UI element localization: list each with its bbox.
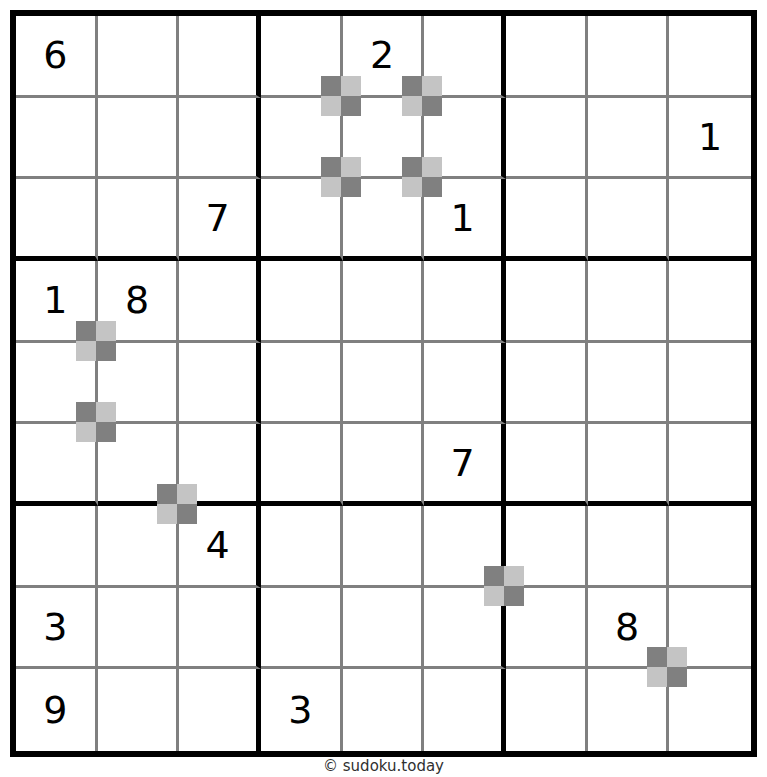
marker-quadrant-dark — [422, 177, 442, 197]
cell-r8c1[interactable]: 3 — [16, 588, 98, 670]
cell-r7c8[interactable] — [588, 506, 670, 588]
battenburg-marker — [647, 647, 687, 687]
marker-quadrant-dark — [76, 402, 96, 422]
marker-quadrant-light — [647, 667, 667, 687]
marker-quadrant-light — [96, 321, 116, 341]
cell-r2c8[interactable] — [588, 98, 670, 180]
cell-r8c4[interactable] — [261, 588, 343, 670]
given-digit: 9 — [43, 691, 67, 729]
marker-quadrant-dark — [96, 422, 116, 442]
cell-r2c7[interactable] — [506, 98, 588, 180]
marker-quadrant-light — [321, 177, 341, 197]
cell-r2c3[interactable] — [179, 98, 261, 180]
cell-r6c4[interactable] — [261, 424, 343, 506]
battenburg-marker — [76, 402, 116, 442]
battenburg-marker — [321, 76, 361, 116]
given-digit: 3 — [43, 608, 67, 646]
marker-quadrant-dark — [177, 504, 197, 524]
marker-quadrant-light — [341, 76, 361, 96]
cell-r3c7[interactable] — [506, 179, 588, 261]
marker-quadrant-light — [422, 76, 442, 96]
marker-quadrant-dark — [402, 157, 422, 177]
marker-quadrant-dark — [96, 341, 116, 361]
marker-quadrant-dark — [76, 321, 96, 341]
cell-r7c9[interactable] — [669, 506, 751, 588]
marker-quadrant-light — [504, 566, 524, 586]
cell-r5c7[interactable] — [506, 343, 588, 425]
cell-r4c7[interactable] — [506, 261, 588, 343]
marker-quadrant-dark — [341, 96, 361, 116]
marker-quadrant-light — [76, 341, 96, 361]
cell-r8c5[interactable] — [343, 588, 425, 670]
cell-r9c6[interactable] — [424, 669, 506, 751]
given-digit: 8 — [615, 608, 639, 646]
cell-r5c6[interactable] — [424, 343, 506, 425]
marker-quadrant-light — [177, 484, 197, 504]
cell-r5c8[interactable] — [588, 343, 670, 425]
battenburg-marker — [484, 566, 524, 606]
marker-quadrant-dark — [157, 484, 177, 504]
cell-r3c9[interactable] — [669, 179, 751, 261]
marker-quadrant-dark — [402, 76, 422, 96]
cell-r8c2[interactable] — [98, 588, 180, 670]
cell-r2c1[interactable] — [16, 98, 98, 180]
given-digit: 7 — [451, 444, 475, 482]
cell-r1c7[interactable] — [506, 16, 588, 98]
sudoku-grid: 6217118743893 — [16, 16, 751, 751]
copyright-text: © sudoku.today — [10, 756, 757, 776]
cell-r6c7[interactable] — [506, 424, 588, 506]
cell-r4c4[interactable] — [261, 261, 343, 343]
battenburg-marker — [157, 484, 197, 524]
marker-quadrant-dark — [341, 177, 361, 197]
given-digit: 6 — [43, 36, 67, 74]
cell-r5c9[interactable] — [669, 343, 751, 425]
cell-r7c5[interactable] — [343, 506, 425, 588]
cell-r6c5[interactable] — [343, 424, 425, 506]
cell-r9c2[interactable] — [98, 669, 180, 751]
cell-r9c4[interactable]: 3 — [261, 669, 343, 751]
cell-r4c3[interactable] — [179, 261, 261, 343]
marker-quadrant-dark — [422, 96, 442, 116]
given-digit: 3 — [288, 691, 312, 729]
marker-quadrant-dark — [504, 586, 524, 606]
marker-quadrant-dark — [321, 76, 341, 96]
given-digit: 1 — [451, 199, 475, 237]
cell-r4c9[interactable] — [669, 261, 751, 343]
marker-quadrant-light — [402, 177, 422, 197]
battenburg-marker — [321, 157, 361, 197]
marker-quadrant-light — [484, 586, 504, 606]
cell-r3c1[interactable] — [16, 179, 98, 261]
cell-r6c6[interactable]: 7 — [424, 424, 506, 506]
cell-r9c5[interactable] — [343, 669, 425, 751]
cell-r2c2[interactable] — [98, 98, 180, 180]
cell-r9c1[interactable]: 9 — [16, 669, 98, 751]
marker-quadrant-dark — [647, 647, 667, 667]
given-digit: 2 — [370, 36, 394, 74]
sudoku-board: 6217118743893 — [10, 10, 757, 757]
cell-r3c8[interactable] — [588, 179, 670, 261]
cell-r1c9[interactable] — [669, 16, 751, 98]
marker-quadrant-light — [402, 96, 422, 116]
cell-r4c5[interactable] — [343, 261, 425, 343]
marker-quadrant-light — [321, 96, 341, 116]
cell-r1c2[interactable] — [98, 16, 180, 98]
puzzle-page: 6217118743893 © sudoku.today — [0, 0, 767, 777]
cell-r3c3[interactable]: 7 — [179, 179, 261, 261]
given-digit: 8 — [125, 281, 149, 319]
marker-quadrant-dark — [667, 667, 687, 687]
cell-r7c4[interactable] — [261, 506, 343, 588]
cell-r7c1[interactable] — [16, 506, 98, 588]
marker-quadrant-light — [341, 157, 361, 177]
marker-quadrant-light — [96, 402, 116, 422]
cell-r6c9[interactable] — [669, 424, 751, 506]
given-digit: 1 — [698, 118, 722, 156]
battenburg-marker — [402, 157, 442, 197]
given-digit: 7 — [206, 199, 230, 237]
cell-r3c2[interactable] — [98, 179, 180, 261]
marker-quadrant-light — [422, 157, 442, 177]
cell-r9c7[interactable] — [506, 669, 588, 751]
cell-r1c8[interactable] — [588, 16, 670, 98]
given-digit: 1 — [43, 281, 67, 319]
marker-quadrant-light — [667, 647, 687, 667]
cell-r5c5[interactable] — [343, 343, 425, 425]
cell-r5c3[interactable] — [179, 343, 261, 425]
given-digit: 4 — [206, 526, 230, 564]
cell-r4c6[interactable] — [424, 261, 506, 343]
cell-r1c1[interactable]: 6 — [16, 16, 98, 98]
marker-quadrant-dark — [484, 566, 504, 586]
cell-r9c3[interactable] — [179, 669, 261, 751]
cell-r2c9[interactable]: 1 — [669, 98, 751, 180]
cell-r5c4[interactable] — [261, 343, 343, 425]
cell-r4c8[interactable] — [588, 261, 670, 343]
marker-quadrant-dark — [321, 157, 341, 177]
cell-r6c8[interactable] — [588, 424, 670, 506]
marker-quadrant-light — [76, 422, 96, 442]
cell-r1c3[interactable] — [179, 16, 261, 98]
battenburg-marker — [402, 76, 442, 116]
battenburg-marker — [76, 321, 116, 361]
cell-r8c3[interactable] — [179, 588, 261, 670]
marker-quadrant-light — [157, 504, 177, 524]
